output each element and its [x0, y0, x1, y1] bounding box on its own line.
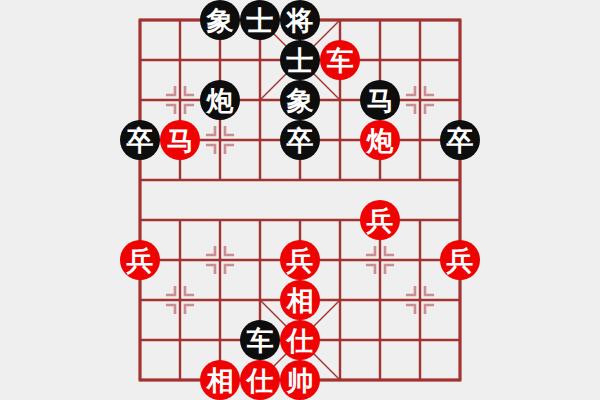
piece-black-elephant[interactable]: 象	[280, 80, 320, 120]
xiangqi-board-screen: 象士将士车炮象马卒马卒炮卒兵兵兵兵相车仕相仕帅	[0, 0, 600, 400]
piece-red-chariot[interactable]: 车	[320, 40, 360, 80]
piece-red-soldier[interactable]: 兵	[360, 200, 400, 240]
piece-black-horse[interactable]: 马	[360, 80, 400, 120]
piece-black-soldier[interactable]: 卒	[280, 120, 320, 160]
piece-red-soldier[interactable]: 兵	[120, 240, 160, 280]
piece-black-advisor[interactable]: 士	[240, 0, 280, 40]
piece-red-cannon[interactable]: 炮	[360, 120, 400, 160]
pieces-layer: 象士将士车炮象马卒马卒炮卒兵兵兵兵相车仕相仕帅	[0, 0, 600, 400]
piece-black-cannon[interactable]: 炮	[200, 80, 240, 120]
piece-black-general[interactable]: 将	[280, 0, 320, 40]
piece-red-general[interactable]: 帅	[280, 360, 320, 400]
piece-red-elephant[interactable]: 相	[280, 280, 320, 320]
piece-red-advisor[interactable]: 仕	[280, 320, 320, 360]
piece-red-soldier[interactable]: 兵	[440, 240, 480, 280]
piece-black-chariot[interactable]: 车	[240, 320, 280, 360]
piece-red-advisor[interactable]: 仕	[240, 360, 280, 400]
piece-black-advisor[interactable]: 士	[280, 40, 320, 80]
piece-red-soldier[interactable]: 兵	[280, 240, 320, 280]
piece-black-soldier[interactable]: 卒	[120, 120, 160, 160]
piece-red-horse[interactable]: 马	[160, 120, 200, 160]
piece-black-elephant[interactable]: 象	[200, 0, 240, 40]
piece-black-soldier[interactable]: 卒	[440, 120, 480, 160]
piece-red-elephant[interactable]: 相	[200, 360, 240, 400]
